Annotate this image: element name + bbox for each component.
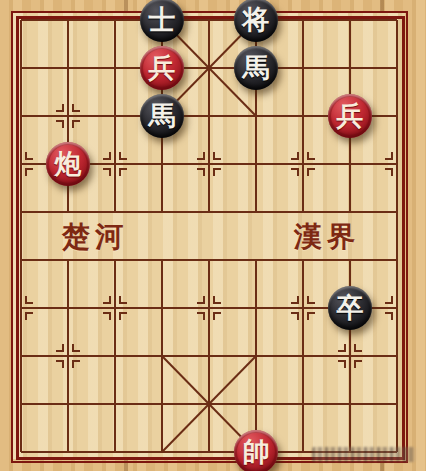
piece-glyph: 帥: [243, 438, 270, 465]
piece-red-cannon[interactable]: 炮: [46, 142, 90, 186]
river-label-chu: 楚河: [40, 221, 150, 253]
piece-red-soldier-1[interactable]: 兵: [140, 46, 184, 90]
piece-black-soldier[interactable]: 卒: [328, 286, 372, 330]
piece-glyph: 卒: [337, 294, 364, 321]
piece-glyph: 馬: [149, 102, 176, 129]
piece-glyph: 馬: [243, 54, 270, 81]
piece-glyph: 士: [149, 6, 176, 33]
piece-glyph: 炮: [55, 150, 82, 177]
piece-glyph: 兵: [337, 102, 364, 129]
watermark: [312, 447, 416, 462]
piece-black-advisor[interactable]: 士: [140, 0, 184, 42]
piece-glyph: 兵: [149, 54, 176, 81]
piece-red-soldier-2[interactable]: 兵: [328, 94, 372, 138]
piece-black-horse-2[interactable]: 馬: [140, 94, 184, 138]
piece-red-general[interactable]: 帥: [234, 430, 278, 471]
piece-glyph: 将: [243, 6, 270, 33]
river-label-han: 漢界: [272, 221, 382, 253]
piece-black-general[interactable]: 将: [234, 0, 278, 42]
piece-black-horse-1[interactable]: 馬: [234, 46, 278, 90]
